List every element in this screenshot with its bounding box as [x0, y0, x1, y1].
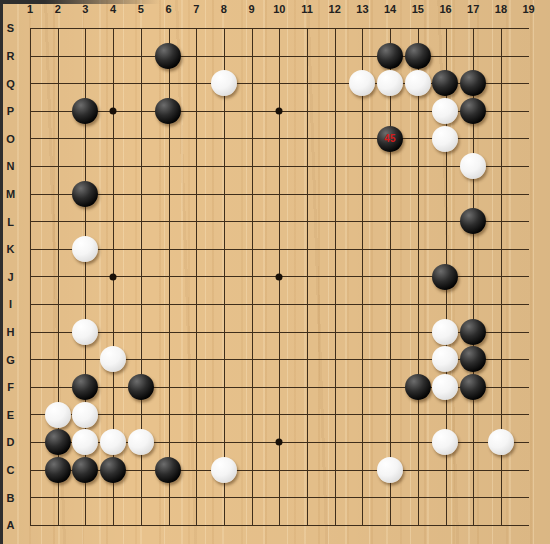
white-stone-Q13 [349, 70, 375, 96]
white-stone-F16 [432, 374, 458, 400]
white-stone-C8 [211, 457, 237, 483]
column-label-19: 19 [522, 3, 534, 15]
black-stone-F5 [128, 374, 154, 400]
white-stone-H3 [72, 319, 98, 345]
black-stone-H17 [460, 319, 486, 345]
white-stone-D4 [100, 429, 126, 455]
white-stone-D5 [128, 429, 154, 455]
black-stone-J16 [432, 264, 458, 290]
white-stone-K3 [72, 236, 98, 262]
white-stone-P16 [432, 98, 458, 124]
column-label-18: 18 [495, 3, 507, 15]
white-stone-D16 [432, 429, 458, 455]
window-edge-shadow-top [0, 0, 160, 4]
white-stone-E3 [72, 402, 98, 428]
column-label-14: 14 [384, 3, 396, 15]
column-label-2: 2 [55, 3, 61, 15]
black-stone-F17 [460, 374, 486, 400]
white-stone-C14 [377, 457, 403, 483]
column-label-6: 6 [165, 3, 171, 15]
black-stone-P17 [460, 98, 486, 124]
column-label-17: 17 [467, 3, 479, 15]
black-stone-F3 [72, 374, 98, 400]
black-stone-G17 [460, 346, 486, 372]
white-stone-Q14 [377, 70, 403, 96]
black-stone-P6 [155, 98, 181, 124]
black-stone-R15 [405, 43, 431, 69]
column-label-4: 4 [110, 3, 116, 15]
black-stone-C2 [45, 457, 71, 483]
white-stone-H16 [432, 319, 458, 345]
stones-grid: 45 [16, 15, 542, 539]
column-label-3: 3 [82, 3, 88, 15]
black-stone-D2 [45, 429, 71, 455]
go-board[interactable]: 12345678910111213141516171819 SRQPONMLKJ… [0, 0, 550, 544]
window-edge-shadow-left [0, 0, 3, 544]
column-label-1: 1 [27, 3, 33, 15]
black-stone-L17 [460, 208, 486, 234]
white-stone-N17 [460, 153, 486, 179]
black-stone-P3 [72, 98, 98, 124]
column-label-5: 5 [138, 3, 144, 15]
white-stone-E2 [45, 402, 71, 428]
white-stone-D3 [72, 429, 98, 455]
column-label-10: 10 [273, 3, 285, 15]
black-stone-F15 [405, 374, 431, 400]
white-stone-Q8 [211, 70, 237, 96]
column-label-9: 9 [249, 3, 255, 15]
black-stone-C4 [100, 457, 126, 483]
black-stone-C6 [155, 457, 181, 483]
white-stone-O16 [432, 126, 458, 152]
column-label-13: 13 [356, 3, 368, 15]
black-stone-Q16 [432, 70, 458, 96]
black-stone-C3 [72, 457, 98, 483]
white-stone-Q15 [405, 70, 431, 96]
column-label-11: 11 [301, 3, 313, 15]
black-stone-R6 [155, 43, 181, 69]
black-stone-Q17 [460, 70, 486, 96]
black-stone-R14 [377, 43, 403, 69]
white-stone-G4 [100, 346, 126, 372]
black-stone-O14: 45 [377, 126, 403, 152]
column-label-8: 8 [221, 3, 227, 15]
black-stone-M3 [72, 181, 98, 207]
column-label-7: 7 [193, 3, 199, 15]
column-label-12: 12 [329, 3, 341, 15]
white-stone-D18 [488, 429, 514, 455]
column-label-16: 16 [439, 3, 451, 15]
column-label-15: 15 [412, 3, 424, 15]
last-move-number: 45 [384, 134, 395, 144]
white-stone-G16 [432, 346, 458, 372]
